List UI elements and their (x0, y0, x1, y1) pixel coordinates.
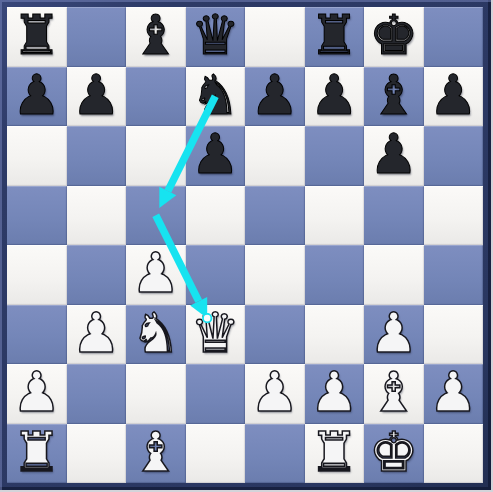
square-a5[interactable] (7, 186, 67, 246)
square-g4[interactable] (364, 245, 424, 305)
square-c4[interactable]: ♟ (126, 245, 186, 305)
square-c8[interactable]: ♝ (126, 7, 186, 67)
chess-board[interactable]: ♜♝♛♜♚♟♟♞♟♟♝♟♟♟♟♟♞♛♟♟♟♟♝♟♜♝♜♚ (7, 7, 483, 483)
square-b5[interactable] (67, 186, 127, 246)
square-g5[interactable] (364, 186, 424, 246)
square-f6[interactable] (305, 126, 365, 186)
square-h2[interactable]: ♟ (424, 364, 484, 424)
piece-black-pawn-e7[interactable]: ♟ (250, 66, 299, 126)
piece-white-rook-a1[interactable]: ♜ (12, 423, 61, 483)
piece-white-bishop-g2[interactable]: ♝ (369, 363, 418, 423)
square-h5[interactable] (424, 186, 484, 246)
square-e7[interactable]: ♟ (245, 67, 305, 127)
piece-black-pawn-b7[interactable]: ♟ (72, 66, 121, 126)
square-c6[interactable] (126, 126, 186, 186)
square-h8[interactable] (424, 7, 484, 67)
square-c1[interactable]: ♝ (126, 424, 186, 484)
square-e1[interactable] (245, 424, 305, 484)
square-b2[interactable] (67, 364, 127, 424)
square-f5[interactable] (305, 186, 365, 246)
square-h6[interactable] (424, 126, 484, 186)
piece-black-pawn-a7[interactable]: ♟ (12, 66, 61, 126)
square-c3[interactable]: ♞ (126, 305, 186, 365)
square-a6[interactable] (7, 126, 67, 186)
piece-white-queen-d3[interactable]: ♛ (191, 304, 240, 364)
piece-white-pawn-f2[interactable]: ♟ (310, 363, 359, 423)
square-e3[interactable] (245, 305, 305, 365)
square-e4[interactable] (245, 245, 305, 305)
square-g3[interactable]: ♟ (364, 305, 424, 365)
square-h4[interactable] (424, 245, 484, 305)
square-a4[interactable] (7, 245, 67, 305)
square-f3[interactable] (305, 305, 365, 365)
square-e6[interactable] (245, 126, 305, 186)
square-f1[interactable]: ♜ (305, 424, 365, 484)
square-g1[interactable]: ♚ (364, 424, 424, 484)
piece-black-bishop-c8[interactable]: ♝ (131, 6, 180, 66)
square-b4[interactable] (67, 245, 127, 305)
square-h3[interactable] (424, 305, 484, 365)
square-e8[interactable] (245, 7, 305, 67)
square-h1[interactable] (424, 424, 484, 484)
square-d7[interactable]: ♞ (186, 67, 246, 127)
square-b1[interactable] (67, 424, 127, 484)
square-f2[interactable]: ♟ (305, 364, 365, 424)
piece-black-knight-d7[interactable]: ♞ (191, 66, 240, 126)
square-c7[interactable] (126, 67, 186, 127)
piece-white-pawn-e2[interactable]: ♟ (250, 363, 299, 423)
square-a7[interactable]: ♟ (7, 67, 67, 127)
square-d2[interactable] (186, 364, 246, 424)
square-f8[interactable]: ♜ (305, 7, 365, 67)
piece-white-pawn-g3[interactable]: ♟ (369, 304, 418, 364)
square-d3[interactable]: ♛ (186, 305, 246, 365)
square-c5[interactable] (126, 186, 186, 246)
square-a1[interactable]: ♜ (7, 424, 67, 484)
square-b6[interactable] (67, 126, 127, 186)
square-f7[interactable]: ♟ (305, 67, 365, 127)
square-d5[interactable] (186, 186, 246, 246)
square-g6[interactable]: ♟ (364, 126, 424, 186)
piece-black-pawn-f7[interactable]: ♟ (310, 66, 359, 126)
piece-black-pawn-d6[interactable]: ♟ (191, 125, 240, 185)
piece-black-pawn-g6[interactable]: ♟ (369, 125, 418, 185)
chess-board-frame: ♜♝♛♜♚♟♟♞♟♟♝♟♟♟♟♟♞♛♟♟♟♟♝♟♜♝♜♚ (0, 0, 493, 492)
piece-white-pawn-b3[interactable]: ♟ (72, 304, 121, 364)
piece-white-pawn-c4[interactable]: ♟ (131, 244, 180, 304)
square-b8[interactable] (67, 7, 127, 67)
piece-white-pawn-a2[interactable]: ♟ (12, 363, 61, 423)
square-h7[interactable]: ♟ (424, 67, 484, 127)
square-d8[interactable]: ♛ (186, 7, 246, 67)
piece-black-bishop-g7[interactable]: ♝ (369, 66, 418, 126)
square-e5[interactable] (245, 186, 305, 246)
square-g2[interactable]: ♝ (364, 364, 424, 424)
piece-black-rook-f8[interactable]: ♜ (310, 6, 359, 66)
piece-black-pawn-h7[interactable]: ♟ (429, 66, 478, 126)
square-a3[interactable] (7, 305, 67, 365)
square-b3[interactable]: ♟ (67, 305, 127, 365)
square-e2[interactable]: ♟ (245, 364, 305, 424)
piece-white-pawn-h2[interactable]: ♟ (429, 363, 478, 423)
square-b7[interactable]: ♟ (67, 67, 127, 127)
piece-black-rook-a8[interactable]: ♜ (12, 6, 61, 66)
square-a8[interactable]: ♜ (7, 7, 67, 67)
piece-white-king-g1[interactable]: ♚ (369, 423, 418, 483)
square-a2[interactable]: ♟ (7, 364, 67, 424)
piece-black-king-g8[interactable]: ♚ (369, 6, 418, 66)
square-d4[interactable] (186, 245, 246, 305)
piece-white-knight-c3[interactable]: ♞ (131, 304, 180, 364)
square-c2[interactable] (126, 364, 186, 424)
square-d6[interactable]: ♟ (186, 126, 246, 186)
square-g7[interactable]: ♝ (364, 67, 424, 127)
square-d1[interactable] (186, 424, 246, 484)
piece-white-bishop-c1[interactable]: ♝ (131, 423, 180, 483)
square-g8[interactable]: ♚ (364, 7, 424, 67)
piece-white-rook-f1[interactable]: ♜ (310, 423, 359, 483)
piece-black-queen-d8[interactable]: ♛ (191, 6, 240, 66)
square-f4[interactable] (305, 245, 365, 305)
